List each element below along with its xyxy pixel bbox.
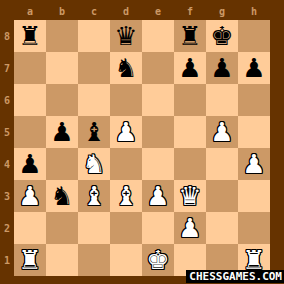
square-f5[interactable] bbox=[174, 116, 206, 148]
black-bishop[interactable]: ♝ bbox=[82, 116, 105, 148]
black-pawn[interactable]: ♟ bbox=[242, 52, 265, 84]
black-king[interactable]: ♚ bbox=[210, 20, 233, 52]
square-c5[interactable]: ♝ bbox=[78, 116, 110, 148]
rank-label-6: 6 bbox=[0, 84, 14, 116]
board: ♜♛♜♚♞♟♟♟♟♝♟♟♟♞♟♟♞♝♝♟♛♟♜♚♜ bbox=[14, 20, 270, 276]
square-a2[interactable] bbox=[14, 212, 46, 244]
square-b6[interactable] bbox=[46, 84, 78, 116]
square-g7[interactable]: ♟ bbox=[206, 52, 238, 84]
black-pawn[interactable]: ♟ bbox=[178, 52, 201, 84]
square-h4[interactable]: ♟ bbox=[238, 148, 270, 180]
white-knight[interactable]: ♞ bbox=[82, 148, 105, 180]
square-c6[interactable] bbox=[78, 84, 110, 116]
black-knight[interactable]: ♞ bbox=[114, 52, 137, 84]
square-d4[interactable] bbox=[110, 148, 142, 180]
black-rook[interactable]: ♜ bbox=[18, 20, 41, 52]
rank-label-4: 4 bbox=[0, 148, 14, 180]
square-a4[interactable]: ♟ bbox=[14, 148, 46, 180]
rank-label-5: 5 bbox=[0, 116, 14, 148]
file-label-h: h bbox=[238, 0, 270, 20]
file-labels: abcdefgh bbox=[14, 0, 270, 20]
square-f4[interactable] bbox=[174, 148, 206, 180]
square-e6[interactable] bbox=[142, 84, 174, 116]
square-b5[interactable]: ♟ bbox=[46, 116, 78, 148]
file-label-b: b bbox=[46, 0, 78, 20]
square-b7[interactable] bbox=[46, 52, 78, 84]
file-label-e: e bbox=[142, 0, 174, 20]
square-a7[interactable] bbox=[14, 52, 46, 84]
rank-label-7: 7 bbox=[0, 52, 14, 84]
square-g8[interactable]: ♚ bbox=[206, 20, 238, 52]
white-pawn[interactable]: ♟ bbox=[210, 116, 233, 148]
square-a3[interactable]: ♟ bbox=[14, 180, 46, 212]
square-c4[interactable]: ♞ bbox=[78, 148, 110, 180]
square-b4[interactable] bbox=[46, 148, 78, 180]
square-d8[interactable]: ♛ bbox=[110, 20, 142, 52]
square-c7[interactable] bbox=[78, 52, 110, 84]
black-pawn[interactable]: ♟ bbox=[18, 148, 41, 180]
square-b8[interactable] bbox=[46, 20, 78, 52]
square-c2[interactable] bbox=[78, 212, 110, 244]
square-h2[interactable] bbox=[238, 212, 270, 244]
square-e4[interactable] bbox=[142, 148, 174, 180]
square-d2[interactable] bbox=[110, 212, 142, 244]
white-rook[interactable]: ♜ bbox=[18, 244, 41, 276]
square-f3[interactable]: ♛ bbox=[174, 180, 206, 212]
square-c8[interactable] bbox=[78, 20, 110, 52]
file-label-a: a bbox=[14, 0, 46, 20]
white-queen[interactable]: ♛ bbox=[178, 180, 201, 212]
square-h7[interactable]: ♟ bbox=[238, 52, 270, 84]
black-pawn[interactable]: ♟ bbox=[210, 52, 233, 84]
square-c3[interactable]: ♝ bbox=[78, 180, 110, 212]
file-label-g: g bbox=[206, 0, 238, 20]
file-label-f: f bbox=[174, 0, 206, 20]
black-pawn[interactable]: ♟ bbox=[50, 116, 73, 148]
black-knight[interactable]: ♞ bbox=[50, 180, 73, 212]
square-e2[interactable] bbox=[142, 212, 174, 244]
square-f6[interactable] bbox=[174, 84, 206, 116]
white-pawn[interactable]: ♟ bbox=[18, 180, 41, 212]
square-b3[interactable]: ♞ bbox=[46, 180, 78, 212]
white-pawn[interactable]: ♟ bbox=[114, 116, 137, 148]
square-h3[interactable] bbox=[238, 180, 270, 212]
square-g6[interactable] bbox=[206, 84, 238, 116]
square-d1[interactable] bbox=[110, 244, 142, 276]
black-queen[interactable]: ♛ bbox=[114, 20, 137, 52]
rank-label-3: 3 bbox=[0, 180, 14, 212]
square-f7[interactable]: ♟ bbox=[174, 52, 206, 84]
rank-label-1: 1 bbox=[0, 244, 14, 276]
black-rook[interactable]: ♜ bbox=[178, 20, 201, 52]
square-e3[interactable]: ♟ bbox=[142, 180, 174, 212]
square-e5[interactable] bbox=[142, 116, 174, 148]
square-b2[interactable] bbox=[46, 212, 78, 244]
square-d7[interactable]: ♞ bbox=[110, 52, 142, 84]
white-king[interactable]: ♚ bbox=[146, 244, 169, 276]
square-e8[interactable] bbox=[142, 20, 174, 52]
file-label-c: c bbox=[78, 0, 110, 20]
square-d6[interactable] bbox=[110, 84, 142, 116]
square-g4[interactable] bbox=[206, 148, 238, 180]
chess-board-screenshot: abcdefgh 87654321 ♜♛♜♚♞♟♟♟♟♝♟♟♟♞♟♟♞♝♝♟♛♟… bbox=[0, 0, 284, 284]
square-h8[interactable] bbox=[238, 20, 270, 52]
white-pawn[interactable]: ♟ bbox=[242, 148, 265, 180]
square-c1[interactable] bbox=[78, 244, 110, 276]
square-d5[interactable]: ♟ bbox=[110, 116, 142, 148]
square-f2[interactable]: ♟ bbox=[174, 212, 206, 244]
file-label-d: d bbox=[110, 0, 142, 20]
rank-label-8: 8 bbox=[0, 20, 14, 52]
rank-label-2: 2 bbox=[0, 212, 14, 244]
square-h5[interactable] bbox=[238, 116, 270, 148]
square-a5[interactable] bbox=[14, 116, 46, 148]
white-pawn[interactable]: ♟ bbox=[178, 212, 201, 244]
square-g5[interactable]: ♟ bbox=[206, 116, 238, 148]
square-b1[interactable] bbox=[46, 244, 78, 276]
source-watermark: CHESSGAMES.COM bbox=[186, 270, 284, 283]
square-d3[interactable]: ♝ bbox=[110, 180, 142, 212]
white-pawn[interactable]: ♟ bbox=[146, 180, 169, 212]
rank-labels: 87654321 bbox=[0, 20, 14, 276]
square-g2[interactable] bbox=[206, 212, 238, 244]
square-e1[interactable]: ♚ bbox=[142, 244, 174, 276]
square-a1[interactable]: ♜ bbox=[14, 244, 46, 276]
square-a6[interactable] bbox=[14, 84, 46, 116]
white-bishop[interactable]: ♝ bbox=[82, 180, 105, 212]
square-e7[interactable] bbox=[142, 52, 174, 84]
white-bishop[interactable]: ♝ bbox=[114, 180, 137, 212]
square-h6[interactable] bbox=[238, 84, 270, 116]
square-g3[interactable] bbox=[206, 180, 238, 212]
square-f8[interactable]: ♜ bbox=[174, 20, 206, 52]
square-a8[interactable]: ♜ bbox=[14, 20, 46, 52]
